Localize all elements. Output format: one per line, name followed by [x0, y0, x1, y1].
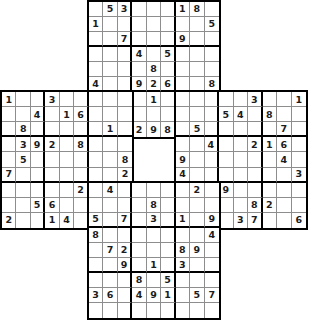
cell-r9c13[interactable]	[176, 122, 190, 137]
given-digit-r16c15: 4	[205, 228, 219, 243]
cell-r13c11[interactable]	[147, 183, 161, 198]
cell-r16c11[interactable]	[147, 228, 161, 243]
cell-r9c5[interactable]	[60, 122, 74, 137]
cell-r1c10[interactable]	[132, 2, 146, 17]
cell-r11c17[interactable]	[234, 152, 248, 167]
cell-r2c13[interactable]	[176, 17, 190, 32]
given-digit-r11c13: 9	[176, 152, 190, 167]
cell-r17c12[interactable]	[161, 243, 175, 258]
cell-r11c5[interactable]	[60, 152, 74, 167]
cell-r19c13[interactable]	[176, 273, 190, 288]
cell-r3c10[interactable]	[132, 32, 146, 47]
cell-r10c13[interactable]	[176, 137, 190, 152]
cell-r16c9[interactable]	[118, 228, 132, 243]
cell-r19c11[interactable]	[147, 273, 161, 288]
given-digit-r17c13: 8	[176, 243, 190, 258]
given-digit-r2c7: 1	[89, 17, 103, 32]
cell-r16c12[interactable]	[161, 228, 175, 243]
cell-r9c21[interactable]	[292, 122, 306, 137]
given-digit-r8c16: 5	[219, 107, 233, 122]
given-digit-r8c6: 6	[74, 107, 88, 122]
cell-r11c6[interactable]	[74, 152, 88, 167]
given-digit-r8c3: 4	[31, 107, 45, 122]
given-digit-r20c14: 5	[190, 288, 204, 303]
given-digit-r1c13: 1	[176, 2, 190, 17]
cell-r20c9[interactable]	[118, 288, 132, 303]
given-digit-r8c19: 8	[263, 107, 277, 122]
given-digit-r15c13: 1	[176, 213, 190, 228]
cell-r7c5[interactable]	[60, 92, 74, 107]
sohei-sudoku-board: 5318157945849268112985134168139285872245…	[0, 0, 309, 320]
given-digit-r4c12: 5	[161, 47, 175, 62]
given-digit-r15c4: 1	[45, 213, 59, 228]
cell-r7c20[interactable]	[277, 92, 291, 107]
given-digit-r10c18: 2	[248, 137, 262, 152]
given-digit-r19c12: 5	[161, 273, 175, 288]
cell-r4c9[interactable]	[118, 47, 132, 62]
given-digit-r1c14: 8	[190, 2, 204, 17]
cell-r9c15[interactable]	[205, 122, 219, 137]
cell-r10c1[interactable]	[2, 137, 16, 152]
given-digit-r7c1: 1	[2, 92, 16, 107]
cell-r1c15[interactable]	[205, 2, 219, 17]
given-digit-r17c14: 9	[190, 243, 204, 258]
cell-r8c20[interactable]	[277, 107, 291, 122]
cell-r20c13[interactable]	[176, 288, 190, 303]
cell-r11c4[interactable]	[45, 152, 59, 167]
given-digit-r7c4: 3	[45, 92, 59, 107]
cell-r7c3[interactable]	[31, 92, 45, 107]
cell-r7c17[interactable]	[234, 92, 248, 107]
given-digit-r15c7: 5	[89, 213, 103, 228]
cell-r4c14[interactable]	[190, 47, 204, 62]
given-digit-r18c11: 1	[147, 258, 161, 273]
given-digit-r15c18: 7	[248, 213, 262, 228]
cell-r14c12[interactable]	[161, 198, 175, 213]
given-digit-r7c11: 1	[147, 92, 161, 107]
cell-r8c13[interactable]	[176, 107, 190, 122]
cell-r14c15[interactable]	[205, 198, 219, 213]
given-digit-r15c21: 6	[292, 213, 306, 228]
cell-r16c14[interactable]	[190, 228, 204, 243]
cell-r18c12[interactable]	[161, 258, 175, 273]
cell-r21c10[interactable]	[132, 303, 146, 318]
cell-r16c10[interactable]	[132, 228, 146, 243]
cell-r7c7[interactable]	[89, 92, 103, 107]
given-digit-r15c17: 3	[234, 213, 248, 228]
cell-r13c21[interactable]	[292, 183, 306, 198]
cell-r14c2[interactable]	[16, 198, 30, 213]
given-digit-r16c7: 8	[89, 228, 103, 243]
given-digit-r12c1: 7	[2, 168, 16, 183]
cell-r13c13[interactable]	[176, 183, 190, 198]
given-digit-r20c7: 3	[89, 288, 103, 303]
given-digit-r10c15: 4	[205, 137, 219, 152]
cell-r15c12[interactable]	[161, 213, 175, 228]
cell-r15c10[interactable]	[132, 213, 146, 228]
cell-r10c17[interactable]	[234, 137, 248, 152]
cell-r21c8[interactable]	[103, 303, 117, 318]
cell-r12c4[interactable]	[45, 168, 59, 183]
given-digit-r15c9: 7	[118, 213, 132, 228]
cell-r14c10[interactable]	[132, 198, 146, 213]
cell-r12c3[interactable]	[31, 168, 45, 183]
cell-r9c4[interactable]	[45, 122, 59, 137]
cell-r7c19[interactable]	[263, 92, 277, 107]
cell-r19c7[interactable]	[89, 273, 103, 288]
center-hole	[132, 137, 175, 182]
cell-r5c9[interactable]	[118, 62, 132, 77]
cell-r12c18[interactable]	[248, 168, 262, 183]
cell-r12c5[interactable]	[60, 168, 74, 183]
given-digit-r6c10: 9	[132, 77, 146, 92]
cell-r18c7[interactable]	[89, 258, 103, 273]
cell-r18c14[interactable]	[190, 258, 204, 273]
cell-r11c21[interactable]	[292, 152, 306, 167]
cell-r18c8[interactable]	[103, 258, 117, 273]
cell-r10c7[interactable]	[89, 137, 103, 152]
cell-r8c11[interactable]	[147, 107, 161, 122]
cell-r4c13[interactable]	[176, 47, 190, 62]
cell-r8c15[interactable]	[205, 107, 219, 122]
given-digit-r14c11: 8	[147, 198, 161, 213]
cell-r14c14[interactable]	[190, 198, 204, 213]
cell-r5c12[interactable]	[161, 62, 175, 77]
cell-r12c19[interactable]	[263, 168, 277, 183]
cell-r14c1[interactable]	[2, 198, 16, 213]
cell-r13c10[interactable]	[132, 183, 146, 198]
given-digit-r14c4: 6	[45, 198, 59, 213]
given-digit-r9c8: 1	[103, 122, 117, 137]
cell-r14c9[interactable]	[118, 198, 132, 213]
given-digit-r10c2: 3	[16, 137, 30, 152]
cell-r3c7[interactable]	[89, 32, 103, 47]
cell-r15c16[interactable]	[219, 213, 233, 228]
cell-r7c10[interactable]	[132, 92, 146, 107]
cell-r11c3[interactable]	[31, 152, 45, 167]
given-digit-r11c20: 4	[277, 152, 291, 167]
cell-r8c14[interactable]	[190, 107, 204, 122]
cell-r1c11[interactable]	[147, 2, 161, 17]
cell-r7c2[interactable]	[16, 92, 30, 107]
given-digit-r14c19: 2	[263, 198, 277, 213]
cell-r9c19[interactable]	[263, 122, 277, 137]
given-digit-r15c11: 3	[147, 213, 161, 228]
given-digit-r10c4: 2	[45, 137, 59, 152]
cell-r2c12[interactable]	[161, 17, 175, 32]
given-digit-r19c10: 8	[132, 273, 146, 288]
cell-r12c16[interactable]	[219, 168, 233, 183]
cell-r5c10[interactable]	[132, 62, 146, 77]
given-digit-r8c17: 4	[234, 107, 248, 122]
cell-r10c21[interactable]	[292, 137, 306, 152]
cell-r19c8[interactable]	[103, 273, 117, 288]
cell-r21c9[interactable]	[118, 303, 132, 318]
cell-r13c15[interactable]	[205, 183, 219, 198]
given-digit-r13c16: 9	[219, 183, 233, 198]
cell-r15c19[interactable]	[263, 213, 277, 228]
cell-r10c9[interactable]	[118, 137, 132, 152]
cell-r5c7[interactable]	[89, 62, 103, 77]
cell-r19c14[interactable]	[190, 273, 204, 288]
cell-r2c14[interactable]	[190, 17, 204, 32]
given-digit-r10c20: 6	[277, 137, 291, 152]
cell-r7c14[interactable]	[190, 92, 204, 107]
cell-r11c8[interactable]	[103, 152, 117, 167]
given-digit-r15c1: 2	[2, 213, 16, 228]
given-digit-r1c9: 3	[118, 2, 132, 17]
cell-r9c1[interactable]	[2, 122, 16, 137]
given-digit-r9c2: 8	[16, 122, 30, 137]
cell-r15c20[interactable]	[277, 213, 291, 228]
given-digit-r10c3: 9	[31, 137, 45, 152]
cell-r13c18[interactable]	[248, 183, 262, 198]
cell-r14c13[interactable]	[176, 198, 190, 213]
cell-r13c3[interactable]	[31, 183, 45, 198]
cell-r9c6[interactable]	[74, 122, 88, 137]
cell-r4c11[interactable]	[147, 47, 161, 62]
cell-r9c16[interactable]	[219, 122, 233, 137]
cell-r7c15[interactable]	[205, 92, 219, 107]
cell-r14c17[interactable]	[234, 198, 248, 213]
cell-r3c14[interactable]	[190, 32, 204, 47]
cell-r13c1[interactable]	[2, 183, 16, 198]
cell-r3c8[interactable]	[103, 32, 117, 47]
cell-r21c13[interactable]	[176, 303, 190, 318]
given-digit-r2c15: 5	[205, 17, 219, 32]
cell-r10c8[interactable]	[103, 137, 117, 152]
cell-r8c8[interactable]	[103, 107, 117, 122]
cell-r17c7[interactable]	[89, 243, 103, 258]
cell-r13c4[interactable]	[45, 183, 59, 198]
given-digit-r20c8: 6	[103, 288, 117, 303]
cell-r14c21[interactable]	[292, 198, 306, 213]
cell-r9c9[interactable]	[118, 122, 132, 137]
cell-r17c11[interactable]	[147, 243, 161, 258]
cell-r13c19[interactable]	[263, 183, 277, 198]
cell-r17c10[interactable]	[132, 243, 146, 258]
given-digit-r1c8: 5	[103, 2, 117, 17]
cell-r8c1[interactable]	[2, 107, 16, 122]
cell-r11c19[interactable]	[263, 152, 277, 167]
cell-r3c12[interactable]	[161, 32, 175, 47]
given-digit-r17c8: 7	[103, 243, 117, 258]
given-digit-r4c10: 4	[132, 47, 146, 62]
given-digit-r18c13: 3	[176, 258, 190, 273]
cell-r13c2[interactable]	[16, 183, 30, 198]
given-digit-r13c8: 4	[103, 183, 117, 198]
cell-r3c15[interactable]	[205, 32, 219, 47]
given-digit-r10c6: 8	[74, 137, 88, 152]
cell-r14c5[interactable]	[60, 198, 74, 213]
cell-r8c2[interactable]	[16, 107, 30, 122]
cell-r1c7[interactable]	[89, 2, 103, 17]
given-digit-r7c21: 1	[292, 92, 306, 107]
given-digit-r14c18: 8	[248, 198, 262, 213]
cell-r11c1[interactable]	[2, 152, 16, 167]
cell-r4c8[interactable]	[103, 47, 117, 62]
cell-r3c11[interactable]	[147, 32, 161, 47]
given-digit-r10c19: 1	[263, 137, 277, 152]
cell-r18c10[interactable]	[132, 258, 146, 273]
given-digit-r5c11: 8	[147, 62, 161, 77]
given-digit-r18c9: 9	[118, 258, 132, 273]
cell-r13c7[interactable]	[89, 183, 103, 198]
cell-r10c16[interactable]	[219, 137, 233, 152]
cell-r4c7[interactable]	[89, 47, 103, 62]
cell-r11c7[interactable]	[89, 152, 103, 167]
cell-r18c15[interactable]	[205, 258, 219, 273]
cell-r7c16[interactable]	[219, 92, 233, 107]
cell-r7c6[interactable]	[74, 92, 88, 107]
given-digit-r12c21: 3	[292, 168, 306, 183]
cell-r21c11[interactable]	[147, 303, 161, 318]
given-digit-r9c10: 2	[132, 122, 146, 137]
cell-r21c15[interactable]	[205, 303, 219, 318]
cell-r9c17[interactable]	[234, 122, 248, 137]
cell-r7c9[interactable]	[118, 92, 132, 107]
cell-r10c5[interactable]	[60, 137, 74, 152]
cell-r8c10[interactable]	[132, 107, 146, 122]
cell-r8c18[interactable]	[248, 107, 262, 122]
cell-r11c14[interactable]	[190, 152, 204, 167]
given-digit-r9c11: 9	[147, 122, 161, 137]
cell-r8c7[interactable]	[89, 107, 103, 122]
given-digit-r20c10: 4	[132, 288, 146, 303]
cell-r9c3[interactable]	[31, 122, 45, 137]
given-digit-r3c9: 7	[118, 32, 132, 47]
cell-r14c16[interactable]	[219, 198, 233, 213]
cell-r21c12[interactable]	[161, 303, 175, 318]
cell-r5c13[interactable]	[176, 62, 190, 77]
given-digit-r9c14: 5	[190, 122, 204, 137]
cell-r8c21[interactable]	[292, 107, 306, 122]
cell-r4c15[interactable]	[205, 47, 219, 62]
cell-r7c13[interactable]	[176, 92, 190, 107]
cell-r2c10[interactable]	[132, 17, 146, 32]
cell-r15c3[interactable]	[31, 213, 45, 228]
given-digit-r3c13: 9	[176, 32, 190, 47]
cell-r13c5[interactable]	[60, 183, 74, 198]
cell-r15c14[interactable]	[190, 213, 204, 228]
cell-r12c17[interactable]	[234, 168, 248, 183]
cell-r5c15[interactable]	[205, 62, 219, 77]
cell-r2c11[interactable]	[147, 17, 161, 32]
cell-r13c12[interactable]	[161, 183, 175, 198]
cell-r14c20[interactable]	[277, 198, 291, 213]
cell-r13c17[interactable]	[234, 183, 248, 198]
given-digit-r9c20: 7	[277, 122, 291, 137]
cell-r14c7[interactable]	[89, 198, 103, 213]
cell-r2c9[interactable]	[118, 17, 132, 32]
given-digit-r20c15: 7	[205, 288, 219, 303]
cell-r14c8[interactable]	[103, 198, 117, 213]
cell-r19c15[interactable]	[205, 273, 219, 288]
cell-r13c9[interactable]	[118, 183, 132, 198]
cell-r10c14[interactable]	[190, 137, 204, 152]
cell-r5c8[interactable]	[103, 62, 117, 77]
cell-r7c8[interactable]	[103, 92, 117, 107]
given-digit-r13c14: 2	[190, 183, 204, 198]
cell-r5c14[interactable]	[190, 62, 204, 77]
cell-r12c2[interactable]	[16, 168, 30, 183]
cell-r16c13[interactable]	[176, 228, 190, 243]
cell-r16c8[interactable]	[103, 228, 117, 243]
cell-r8c4[interactable]	[45, 107, 59, 122]
cell-r15c8[interactable]	[103, 213, 117, 228]
cell-r9c18[interactable]	[248, 122, 262, 137]
cell-r11c16[interactable]	[219, 152, 233, 167]
given-digit-r20c11: 9	[147, 288, 161, 303]
given-digit-r11c9: 8	[118, 152, 132, 167]
cell-r11c15[interactable]	[205, 152, 219, 167]
given-digit-r17c9: 2	[118, 243, 132, 258]
cell-r1c12[interactable]	[161, 2, 175, 17]
given-digit-r11c2: 5	[16, 152, 30, 167]
cell-r21c14[interactable]	[190, 303, 204, 318]
cell-r19c9[interactable]	[118, 273, 132, 288]
cell-r17c15[interactable]	[205, 243, 219, 258]
cell-r21c7[interactable]	[89, 303, 103, 318]
subgrid-bottom: 42857319847289913853649157	[87, 181, 221, 320]
given-digit-r15c5: 4	[60, 213, 74, 228]
given-digit-r8c5: 1	[60, 107, 74, 122]
cell-r15c2[interactable]	[16, 213, 30, 228]
given-digit-r7c18: 3	[248, 92, 262, 107]
cell-r8c9[interactable]	[118, 107, 132, 122]
cell-r13c20[interactable]	[277, 183, 291, 198]
given-digit-r15c15: 9	[205, 213, 219, 228]
cell-r2c8[interactable]	[103, 17, 117, 32]
given-digit-r14c3: 5	[31, 198, 45, 213]
given-digit-r20c12: 1	[161, 288, 175, 303]
cell-r12c20[interactable]	[277, 168, 291, 183]
cell-r9c7[interactable]	[89, 122, 103, 137]
cell-r11c18[interactable]	[248, 152, 262, 167]
given-digit-r6c11: 2	[147, 77, 161, 92]
